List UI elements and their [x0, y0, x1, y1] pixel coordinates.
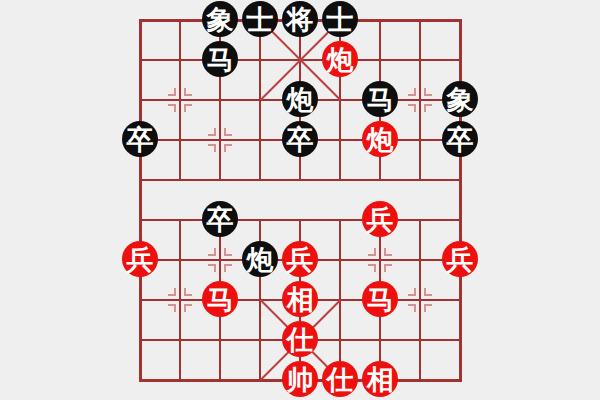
piece-red-elephant[interactable]: 相: [282, 281, 318, 317]
point-marker: [384, 248, 392, 256]
point-marker: [184, 88, 192, 96]
piece-black-cannon[interactable]: 炮: [242, 241, 278, 277]
piece-black-pawn[interactable]: 卒: [122, 121, 158, 157]
point-marker: [184, 288, 192, 296]
piece-red-pawn[interactable]: 兵: [442, 241, 478, 277]
point-marker: [424, 88, 432, 96]
piece-black-horse[interactable]: 马: [202, 41, 238, 77]
point-marker: [224, 144, 232, 152]
point-marker: [408, 88, 416, 96]
piece-black-advisor[interactable]: 士: [242, 1, 278, 37]
grid-line: [139, 19, 142, 382]
point-marker: [208, 248, 216, 256]
point-marker: [168, 88, 176, 96]
point-marker: [224, 128, 232, 136]
grid-line: [179, 20, 181, 180]
piece-red-advisor[interactable]: 仕: [322, 361, 358, 397]
point-marker: [368, 264, 376, 272]
piece-black-elephant[interactable]: 象: [202, 1, 238, 37]
point-marker: [208, 144, 216, 152]
point-marker: [408, 304, 416, 312]
point-marker: [168, 304, 176, 312]
grid-line: [459, 19, 462, 382]
point-marker: [184, 304, 192, 312]
piece-black-horse[interactable]: 马: [362, 81, 398, 117]
point-marker: [424, 304, 432, 312]
piece-black-cannon[interactable]: 炮: [282, 81, 318, 117]
point-marker: [424, 104, 432, 112]
piece-black-pawn[interactable]: 卒: [282, 121, 318, 157]
point-marker: [168, 104, 176, 112]
point-marker: [424, 288, 432, 296]
piece-black-advisor[interactable]: 士: [322, 1, 358, 37]
point-marker: [224, 248, 232, 256]
piece-red-pawn[interactable]: 兵: [362, 201, 398, 237]
piece-red-pawn[interactable]: 兵: [122, 241, 158, 277]
piece-red-pawn[interactable]: 兵: [282, 241, 318, 277]
point-marker: [208, 128, 216, 136]
point-marker: [408, 104, 416, 112]
piece-red-horse[interactable]: 马: [362, 281, 398, 317]
grid-line: [179, 220, 181, 380]
grid-line: [419, 20, 421, 180]
piece-black-pawn[interactable]: 卒: [442, 121, 478, 157]
piece-red-cannon[interactable]: 炮: [322, 41, 358, 77]
piece-black-general[interactable]: 将: [282, 1, 318, 37]
piece-black-elephant[interactable]: 象: [442, 81, 478, 117]
point-marker: [184, 104, 192, 112]
piece-red-elephant[interactable]: 相: [362, 361, 398, 397]
point-marker: [208, 264, 216, 272]
piece-red-horse[interactable]: 马: [202, 281, 238, 317]
point-marker: [384, 264, 392, 272]
grid-line: [419, 220, 421, 380]
xiangqi-board: 象士将士马炮炮马象卒卒炮卒卒兵兵炮兵兵马相马仕帅仕相: [0, 0, 600, 400]
piece-red-advisor[interactable]: 仕: [282, 321, 318, 357]
piece-red-general[interactable]: 帅: [282, 361, 318, 397]
point-marker: [224, 264, 232, 272]
point-marker: [168, 288, 176, 296]
xiangqi-screenshot: 象士将士马炮炮马象卒卒炮卒卒兵兵炮兵兵马相马仕帅仕相: [0, 0, 600, 400]
piece-red-cannon[interactable]: 炮: [362, 121, 398, 157]
point-marker: [368, 248, 376, 256]
piece-black-pawn[interactable]: 卒: [202, 201, 238, 237]
point-marker: [408, 288, 416, 296]
